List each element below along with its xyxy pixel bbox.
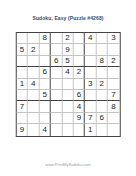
sudoku-cell-r6c5[interactable] <box>62 90 73 101</box>
sudoku-cell-r5c8[interactable]: 2 <box>96 79 107 90</box>
sudoku-cell-r1c9[interactable]: 3 <box>108 33 119 44</box>
sudoku-cell-r3c2[interactable] <box>28 56 39 67</box>
sudoku-cell-r5c7[interactable]: 3 <box>85 79 96 90</box>
sudoku-cell-r5c5[interactable] <box>62 79 73 90</box>
sudoku-cell-r2c5[interactable]: 9 <box>62 44 73 55</box>
sudoku-cell-r9c3[interactable]: 4 <box>40 124 51 135</box>
sudoku-cell-r1c4[interactable] <box>51 33 62 44</box>
sudoku-cell-r9c2[interactable] <box>28 124 39 135</box>
sudoku-cell-r8c4[interactable] <box>51 113 62 124</box>
sudoku-cell-r4c4[interactable] <box>51 67 62 78</box>
sudoku-cell-r2c9[interactable] <box>108 44 119 55</box>
sudoku-cell-r3c6[interactable] <box>74 56 85 67</box>
sudoku-cell-r2c3[interactable] <box>40 44 51 55</box>
sudoku-cell-r1c2[interactable] <box>28 33 39 44</box>
sudoku-cell-r7c3[interactable] <box>40 101 51 112</box>
footer-url: www.PrintMySudoku.com <box>0 162 136 167</box>
sudoku-cell-r7c2[interactable] <box>28 101 39 112</box>
sudoku-cell-r8c9[interactable] <box>108 113 119 124</box>
sudoku-cell-r9c1[interactable]: 9 <box>17 124 28 135</box>
sudoku-cell-r4c8[interactable] <box>96 67 107 78</box>
sudoku-cell-r7c8[interactable] <box>96 101 107 112</box>
sudoku-cell-r3c9[interactable]: 2 <box>108 56 119 67</box>
sudoku-cell-r9c5[interactable] <box>62 124 73 135</box>
sudoku-cell-r2c1[interactable]: 5 <box>17 44 28 55</box>
sudoku-cell-r4c1[interactable] <box>17 67 28 78</box>
sudoku-cell-r6c3[interactable]: 5 <box>40 90 51 101</box>
sudoku-cell-r7c5[interactable] <box>62 101 73 112</box>
sudoku-board: 824352965826421432567748976941 <box>16 32 121 137</box>
sudoku-cell-r6c1[interactable] <box>17 90 28 101</box>
sudoku-cell-r9c8[interactable] <box>96 124 107 135</box>
sudoku-cell-r6c8[interactable] <box>96 90 107 101</box>
sudoku-cell-r2c7[interactable] <box>85 44 96 55</box>
sudoku-cell-r4c9[interactable] <box>108 67 119 78</box>
sudoku-cell-r8c5[interactable] <box>62 113 73 124</box>
sudoku-cell-r8c6[interactable]: 9 <box>74 113 85 124</box>
sudoku-cell-r9c6[interactable] <box>74 124 85 135</box>
sudoku-cell-r3c1[interactable] <box>17 56 28 67</box>
sudoku-cell-r7c4[interactable] <box>51 101 62 112</box>
sudoku-cell-r4c3[interactable]: 6 <box>40 67 51 78</box>
sudoku-cell-r8c8[interactable]: 6 <box>96 113 107 124</box>
sudoku-cell-r3c3[interactable] <box>40 56 51 67</box>
sudoku-cell-r8c7[interactable]: 7 <box>85 113 96 124</box>
sudoku-cell-r3c7[interactable] <box>85 56 96 67</box>
sudoku-cell-r2c8[interactable] <box>96 44 107 55</box>
sudoku-cell-r1c3[interactable]: 8 <box>40 33 51 44</box>
sudoku-cell-r1c5[interactable]: 2 <box>62 33 73 44</box>
sudoku-cell-r1c8[interactable] <box>96 33 107 44</box>
sudoku-cell-r4c6[interactable]: 2 <box>74 67 85 78</box>
sudoku-cell-r4c2[interactable] <box>28 67 39 78</box>
sudoku-cell-r3c5[interactable]: 5 <box>62 56 73 67</box>
sudoku-cell-r6c9[interactable]: 7 <box>108 90 119 101</box>
sudoku-cell-r1c1[interactable] <box>17 33 28 44</box>
sudoku-cell-r4c7[interactable] <box>85 67 96 78</box>
sudoku-cell-r6c6[interactable]: 6 <box>74 90 85 101</box>
sudoku-cell-r5c2[interactable]: 4 <box>28 79 39 90</box>
sudoku-cell-r8c1[interactable] <box>17 113 28 124</box>
sudoku-cell-r9c7[interactable]: 1 <box>85 124 96 135</box>
sudoku-cell-r4c5[interactable]: 4 <box>62 67 73 78</box>
sudoku-cell-r9c9[interactable] <box>108 124 119 135</box>
sudoku-cell-r5c9[interactable] <box>108 79 119 90</box>
sudoku-cell-r3c4[interactable]: 6 <box>51 56 62 67</box>
sudoku-cell-r5c3[interactable] <box>40 79 51 90</box>
sudoku-cell-r2c4[interactable] <box>51 44 62 55</box>
sudoku-cell-r3c8[interactable]: 8 <box>96 56 107 67</box>
sudoku-cell-r5c6[interactable] <box>74 79 85 90</box>
sudoku-cell-r7c9[interactable]: 8 <box>108 101 119 112</box>
sudoku-cell-r6c4[interactable] <box>51 90 62 101</box>
sudoku-cell-r1c6[interactable] <box>74 33 85 44</box>
sudoku-cell-r7c7[interactable] <box>85 101 96 112</box>
sudoku-cell-r5c4[interactable] <box>51 79 62 90</box>
sudoku-cell-r2c6[interactable] <box>74 44 85 55</box>
sudoku-cell-r8c2[interactable] <box>28 113 39 124</box>
sudoku-cell-r2c2[interactable]: 2 <box>28 44 39 55</box>
sudoku-cell-r7c6[interactable]: 4 <box>74 101 85 112</box>
sudoku-cell-r5c1[interactable]: 1 <box>17 79 28 90</box>
sudoku-cell-r7c1[interactable]: 7 <box>17 101 28 112</box>
sudoku-cell-r8c3[interactable] <box>40 113 51 124</box>
sudoku-cell-r1c7[interactable]: 4 <box>85 33 96 44</box>
sudoku-cell-r9c4[interactable] <box>51 124 62 135</box>
sudoku-cell-r6c7[interactable] <box>85 90 96 101</box>
sudoku-cell-r6c2[interactable] <box>28 90 39 101</box>
puzzle-title: Sudoku, Easy (Puzzle #4268) <box>0 15 136 21</box>
